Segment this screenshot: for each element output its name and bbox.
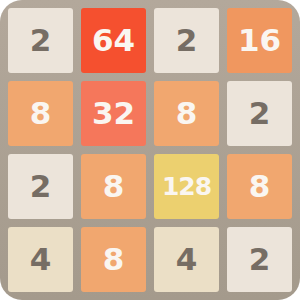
tile-8: 8 xyxy=(8,81,73,146)
tile-2: 2 xyxy=(8,8,73,73)
tile-16: 16 xyxy=(227,8,292,73)
tile-2: 2 xyxy=(227,227,292,292)
tile-2: 2 xyxy=(154,8,219,73)
tile-8: 8 xyxy=(154,81,219,146)
tile-128: 128 xyxy=(154,154,219,219)
tile-64: 64 xyxy=(81,8,146,73)
tile-4: 4 xyxy=(154,227,219,292)
tile-8: 8 xyxy=(81,227,146,292)
tile-8: 8 xyxy=(81,154,146,219)
tile-32: 32 xyxy=(81,81,146,146)
board-grid[interactable]: 264216832822812884842 xyxy=(0,0,300,300)
tile-4: 4 xyxy=(8,227,73,292)
tile-2: 2 xyxy=(227,81,292,146)
tile-2: 2 xyxy=(8,154,73,219)
tile-8: 8 xyxy=(227,154,292,219)
